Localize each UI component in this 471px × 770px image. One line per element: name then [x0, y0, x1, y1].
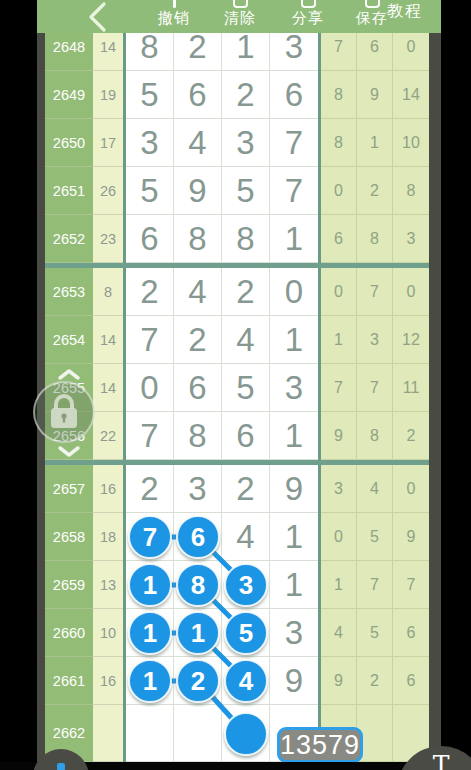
stat-cell: 0 [393, 268, 429, 316]
toolbar: 撤销 清除 分享 保存 教程 [37, 0, 441, 33]
eraser-icon [233, 0, 248, 8]
digit-cell: 4 [174, 119, 222, 167]
digit-cell: 8 [174, 561, 222, 609]
digit-cell: 2 [174, 657, 222, 705]
digit-cell: 4 [222, 657, 270, 705]
stat-cell: 7 [393, 561, 429, 609]
digit-cell: 2 [174, 316, 222, 364]
stat-cells: 456 [321, 609, 429, 657]
digit-cells[interactable]: 6881 [123, 215, 321, 263]
stat-cells: 059 [321, 513, 429, 561]
digit-cells[interactable]: 2420 [123, 268, 321, 316]
stat-cell: 9 [393, 513, 429, 561]
sum-cell: 14 [93, 33, 123, 71]
stat-cell: 0 [321, 167, 357, 215]
save-icon [365, 0, 380, 8]
digit-cells[interactable]: 3437 [123, 119, 321, 167]
digit-cell: 9 [270, 657, 318, 705]
stat-cell: 6 [357, 33, 393, 71]
stat-cells: 982 [321, 412, 429, 460]
stat-cell: 5 [357, 513, 393, 561]
digit-cell: 6 [174, 71, 222, 119]
draw-tool-icon [57, 763, 65, 770]
stat-cells: 926 [321, 657, 429, 705]
stat-cells: 340 [321, 465, 429, 513]
digit-cell [126, 705, 174, 762]
share-button[interactable]: 分享 [278, 0, 338, 28]
table-row: 26491956268914 [45, 71, 429, 119]
stat-cell: 6 [321, 215, 357, 263]
digit-cell: 7 [270, 167, 318, 215]
share-label: 分享 [278, 8, 338, 28]
table-row: 2652236881683 [45, 215, 429, 263]
digit-cells[interactable]: 1153 [123, 609, 321, 657]
digit-cells[interactable]: 7641 [123, 513, 321, 561]
digit-cell: 9 [270, 465, 318, 513]
stat-cell: 7 [357, 364, 393, 412]
sum-cell: 13 [93, 561, 123, 609]
digit-cell: 3 [174, 465, 222, 513]
stat-cells: 760 [321, 33, 429, 71]
clear-button[interactable]: 清除 [210, 0, 270, 28]
clear-label: 清除 [210, 8, 270, 28]
stat-cell: 7 [357, 561, 393, 609]
digit-cell: 8 [222, 215, 270, 263]
sum-cell [93, 705, 123, 762]
digit-cell: 2 [174, 33, 222, 71]
digit-cell: 9 [174, 167, 222, 215]
digit-cells[interactable]: 2329 [123, 465, 321, 513]
stat-cell: 3 [321, 465, 357, 513]
table-row: 265382420070 [45, 268, 429, 316]
digit-cells[interactable]: 0653 [123, 364, 321, 412]
stat-cell: 0 [321, 268, 357, 316]
digit-cell: 6 [174, 364, 222, 412]
table-row: 2648148213760 [45, 33, 429, 71]
issue-cell: 2654 [45, 316, 93, 364]
digit-cell: 7 [126, 412, 174, 460]
digit-cell: 7 [270, 119, 318, 167]
sum-cell: 16 [93, 657, 123, 705]
undo-icon [173, 0, 176, 8]
digit-cell: 2 [126, 268, 174, 316]
padlock-icon [35, 383, 93, 441]
stat-cell: 11 [393, 364, 429, 412]
digit-cell: 1 [270, 513, 318, 561]
table-row: 2657162329340 [45, 465, 429, 513]
issue-cell: 2661 [45, 657, 93, 705]
digit-cell: 5 [222, 609, 270, 657]
digit-cell: 3 [126, 119, 174, 167]
stat-cell: 6 [393, 609, 429, 657]
stat-cell: 3 [393, 215, 429, 263]
stat-cell: 8 [357, 215, 393, 263]
digit-cell: 1 [270, 412, 318, 460]
stat-cell: 6 [393, 657, 429, 705]
undo-label: 撤销 [144, 8, 204, 28]
digit-cells[interactable]: 1831 [123, 561, 321, 609]
table-row: 2659131831177 [45, 561, 429, 609]
tutorial-button[interactable]: 教程 [387, 1, 423, 22]
stat-cells: 028 [321, 167, 429, 215]
digit-cell: 3 [270, 364, 318, 412]
stat-cell: 0 [321, 513, 357, 561]
digit-cells[interactable]: 7861 [123, 412, 321, 460]
stat-cells: 683 [321, 215, 429, 263]
table-row: 2658187641059 [45, 513, 429, 561]
digit-cell: 4 [174, 268, 222, 316]
digit-cells[interactable]: 7241 [123, 316, 321, 364]
table-row: 26551406537711 [45, 364, 429, 412]
stat-cells: 8914 [321, 71, 429, 119]
stat-cell: 1 [357, 119, 393, 167]
digit-cell: 1 [126, 657, 174, 705]
stat-cell: 8 [321, 119, 357, 167]
digit-cell: 1 [222, 33, 270, 71]
stat-cell: 7 [321, 364, 357, 412]
issue-cell: 2649 [45, 71, 93, 119]
stat-cell: 8 [393, 167, 429, 215]
stat-cell: 14 [393, 71, 429, 119]
stat-cells: 8110 [321, 119, 429, 167]
digit-cell: 3 [222, 561, 270, 609]
digit-cell: 3 [222, 119, 270, 167]
stat-cell: 5 [357, 609, 393, 657]
stat-cell: 9 [321, 412, 357, 460]
stat-cell: 3 [357, 316, 393, 364]
sum-cell: 22 [93, 412, 123, 460]
digit-cell: 8 [126, 33, 174, 71]
digit-cell: 5 [126, 71, 174, 119]
digit-cell: 1 [270, 561, 318, 609]
digit-cells[interactable]: 8213 [123, 33, 321, 71]
digit-cell: 1 [270, 215, 318, 263]
digit-cells[interactable]: 5626 [123, 71, 321, 119]
stat-cells: 070 [321, 268, 429, 316]
sum-cell: 23 [93, 215, 123, 263]
digit-cell: 1 [126, 609, 174, 657]
digit-cell: 5 [222, 364, 270, 412]
digits-input-chip[interactable]: 13579 [277, 727, 363, 763]
lock-control[interactable] [33, 381, 95, 443]
digit-cell: 5 [126, 167, 174, 215]
stat-cell: 9 [321, 657, 357, 705]
table-row: 26541472411312 [45, 316, 429, 364]
digit-cell: 2 [126, 465, 174, 513]
undo-button[interactable]: 撤销 [144, 0, 204, 28]
digit-cell: 1 [126, 561, 174, 609]
digit-cell: 4 [222, 513, 270, 561]
sum-cell: 19 [93, 71, 123, 119]
sum-cell: 14 [93, 364, 123, 412]
table-row: 2661161249926 [45, 657, 429, 705]
digit-cell: 2 [222, 71, 270, 119]
stat-cell: 4 [321, 609, 357, 657]
issue-cell: 2651 [45, 167, 93, 215]
stat-cell: 8 [357, 412, 393, 460]
digit-cell: 2 [222, 268, 270, 316]
issue-cell: 2659 [45, 561, 93, 609]
table-row: 2656227861982 [45, 412, 429, 460]
digit-cell: 3 [270, 33, 318, 71]
digit-cell: 6 [270, 71, 318, 119]
app-screen: 撤销 清除 分享 保存 教程 2648148213760264919562689… [0, 0, 471, 770]
stat-cell: 8 [321, 71, 357, 119]
issue-cell: 2653 [45, 268, 93, 316]
issue-cell: 2650 [45, 119, 93, 167]
digit-cell: 6 [174, 513, 222, 561]
sum-cell: 16 [93, 465, 123, 513]
issue-cell: 2648 [45, 33, 93, 71]
stat-cell: 2 [357, 657, 393, 705]
digit-cell: 6 [126, 215, 174, 263]
sum-cell: 14 [93, 316, 123, 364]
digit-cell [222, 705, 270, 762]
digit-cell: 1 [270, 316, 318, 364]
stat-cell: 10 [393, 119, 429, 167]
digit-cell [174, 705, 222, 762]
digit-cell: 7 [126, 513, 174, 561]
stat-cell: 1 [321, 316, 357, 364]
digit-cell: 2 [222, 465, 270, 513]
stat-cell: 1 [321, 561, 357, 609]
digit-cell: 8 [174, 412, 222, 460]
digit-cell: 7 [126, 316, 174, 364]
sum-cell: 18 [93, 513, 123, 561]
digit-cells[interactable]: 1249 [123, 657, 321, 705]
stat-cells: 7711 [321, 364, 429, 412]
stat-cell: 0 [393, 465, 429, 513]
digit-cell: 1 [174, 609, 222, 657]
digit-cell: 3 [270, 609, 318, 657]
table-row: 2660101153456 [45, 609, 429, 657]
table-row: 2662 [45, 705, 429, 762]
table-row: 2651265957028 [45, 167, 429, 215]
sum-cell: 8 [93, 268, 123, 316]
digit-cell: 6 [222, 412, 270, 460]
sum-cell: 17 [93, 119, 123, 167]
sum-cell: 26 [93, 167, 123, 215]
stat-cells: 177 [321, 561, 429, 609]
stat-cells: 1312 [321, 316, 429, 364]
stat-cell: 2 [393, 412, 429, 460]
issue-cell: 2658 [45, 513, 93, 561]
issue-cell: 2652 [45, 215, 93, 263]
digit-cell: 5 [222, 167, 270, 215]
sum-cell: 10 [93, 609, 123, 657]
digit-cell: 0 [126, 364, 174, 412]
stat-cell: 4 [357, 465, 393, 513]
digit-cell: 4 [222, 316, 270, 364]
digit-cell: 0 [270, 268, 318, 316]
digit-cells[interactable]: 5957 [123, 167, 321, 215]
issue-cell: 2660 [45, 609, 93, 657]
stat-cell: 0 [393, 33, 429, 71]
stat-cell: 12 [393, 316, 429, 364]
issue-cell: 2657 [45, 465, 93, 513]
stat-cell: 9 [357, 71, 393, 119]
share-icon [301, 0, 316, 8]
back-icon[interactable] [83, 2, 113, 32]
digit-cell: 8 [174, 215, 222, 263]
stat-cell: 2 [357, 167, 393, 215]
table-row: 26501734378110 [45, 119, 429, 167]
text-tool-label: T [433, 750, 450, 770]
stat-cell: 7 [357, 268, 393, 316]
trend-table[interactable]: 2648148213760264919562689142650173437811… [45, 33, 429, 762]
stat-cell: 7 [321, 33, 357, 71]
